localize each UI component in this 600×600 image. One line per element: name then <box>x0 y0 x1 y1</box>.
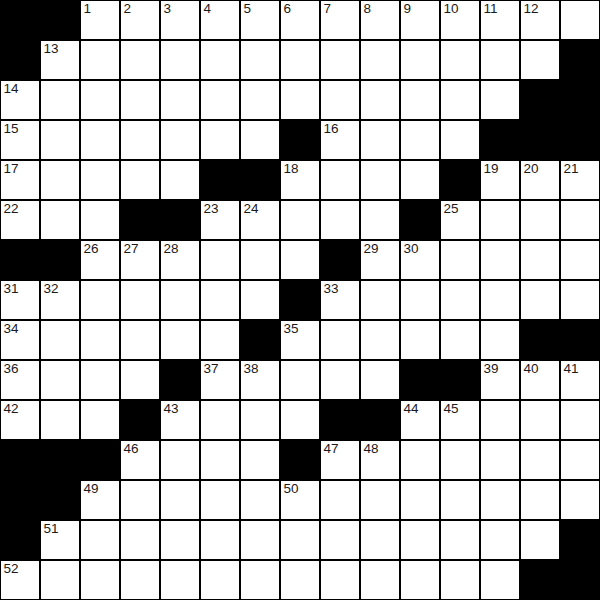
clue-number: 29 <box>364 242 379 256</box>
white-cell[interactable]: 43 <box>160 400 200 440</box>
black-cell <box>440 160 480 200</box>
black-cell <box>480 120 520 160</box>
white-cell[interactable] <box>480 200 520 240</box>
black-cell <box>0 240 40 280</box>
clue-number: 30 <box>404 242 419 256</box>
white-cell[interactable] <box>520 240 560 280</box>
white-cell[interactable]: 31 <box>0 280 40 320</box>
white-cell[interactable] <box>80 120 120 160</box>
white-cell[interactable] <box>480 240 520 280</box>
crossword-grid: 1234567891011121314151617181920212223242… <box>0 0 600 600</box>
white-cell[interactable]: 32 <box>40 280 80 320</box>
black-cell <box>0 40 40 80</box>
white-cell[interactable] <box>160 80 200 120</box>
clue-number: 40 <box>524 362 539 376</box>
white-cell[interactable] <box>80 520 120 560</box>
white-cell[interactable] <box>400 120 440 160</box>
clue-number: 15 <box>4 122 19 136</box>
white-cell[interactable] <box>200 480 240 520</box>
clue-number: 4 <box>204 2 212 16</box>
white-cell[interactable] <box>40 80 80 120</box>
white-cell[interactable]: 48 <box>360 440 400 480</box>
white-cell[interactable]: 23 <box>200 200 240 240</box>
white-cell[interactable] <box>280 40 320 80</box>
white-cell[interactable] <box>360 80 400 120</box>
white-cell[interactable]: 36 <box>0 360 40 400</box>
white-cell[interactable] <box>480 40 520 80</box>
clue-number: 21 <box>564 162 579 176</box>
white-cell[interactable] <box>400 520 440 560</box>
white-cell[interactable] <box>520 280 560 320</box>
white-cell[interactable] <box>240 120 280 160</box>
white-cell[interactable]: 27 <box>120 240 160 280</box>
black-cell <box>400 200 440 240</box>
clue-number: 31 <box>4 282 19 296</box>
white-cell[interactable] <box>200 280 240 320</box>
black-cell <box>0 440 40 480</box>
white-cell[interactable]: 18 <box>280 160 320 200</box>
white-cell[interactable]: 28 <box>160 240 200 280</box>
white-cell[interactable]: 47 <box>320 440 360 480</box>
white-cell[interactable] <box>520 400 560 440</box>
white-cell[interactable] <box>440 240 480 280</box>
clue-number: 23 <box>204 202 219 216</box>
white-cell[interactable]: 19 <box>480 160 520 200</box>
clue-number: 26 <box>84 242 99 256</box>
white-cell[interactable] <box>200 520 240 560</box>
white-cell[interactable] <box>360 520 400 560</box>
white-cell[interactable] <box>40 200 80 240</box>
black-cell <box>40 440 80 480</box>
white-cell[interactable]: 20 <box>520 160 560 200</box>
clue-number: 10 <box>444 2 459 16</box>
black-cell <box>520 560 560 600</box>
white-cell[interactable] <box>360 560 400 600</box>
black-cell <box>520 320 560 360</box>
white-cell[interactable]: 6 <box>280 0 320 40</box>
clue-number: 9 <box>404 2 412 16</box>
white-cell[interactable] <box>520 200 560 240</box>
white-cell[interactable]: 42 <box>0 400 40 440</box>
white-cell[interactable] <box>280 560 320 600</box>
black-cell <box>560 40 600 80</box>
black-cell <box>560 520 600 560</box>
clue-number: 27 <box>124 242 139 256</box>
white-cell[interactable] <box>520 480 560 520</box>
white-cell[interactable] <box>440 120 480 160</box>
clue-number: 52 <box>4 562 19 576</box>
clue-number: 3 <box>164 2 172 16</box>
clue-number: 14 <box>4 82 19 96</box>
white-cell[interactable] <box>240 240 280 280</box>
white-cell[interactable] <box>80 160 120 200</box>
white-cell[interactable] <box>520 40 560 80</box>
white-cell[interactable] <box>400 280 440 320</box>
black-cell <box>360 400 400 440</box>
white-cell[interactable]: 25 <box>440 200 480 240</box>
white-cell[interactable] <box>440 440 480 480</box>
white-cell[interactable] <box>320 40 360 80</box>
black-cell <box>560 320 600 360</box>
black-cell <box>40 0 80 40</box>
clue-number: 13 <box>44 42 59 56</box>
white-cell[interactable] <box>120 480 160 520</box>
clue-number: 51 <box>44 522 59 536</box>
white-cell[interactable] <box>120 80 160 120</box>
white-cell[interactable]: 26 <box>80 240 120 280</box>
black-cell <box>520 80 560 120</box>
white-cell[interactable] <box>560 240 600 280</box>
white-cell[interactable] <box>120 120 160 160</box>
white-cell[interactable] <box>320 320 360 360</box>
white-cell[interactable] <box>200 120 240 160</box>
white-cell[interactable] <box>360 160 400 200</box>
white-cell[interactable]: 34 <box>0 320 40 360</box>
clue-number: 47 <box>324 442 339 456</box>
white-cell[interactable] <box>120 320 160 360</box>
clue-number: 34 <box>4 322 19 336</box>
white-cell[interactable] <box>240 520 280 560</box>
white-cell[interactable] <box>160 520 200 560</box>
black-cell <box>440 360 480 400</box>
white-cell[interactable] <box>280 200 320 240</box>
clue-number: 49 <box>84 482 99 496</box>
white-cell[interactable]: 35 <box>280 320 320 360</box>
clue-number: 42 <box>4 402 19 416</box>
white-cell[interactable] <box>560 400 600 440</box>
white-cell[interactable]: 52 <box>0 560 40 600</box>
white-cell[interactable]: 30 <box>400 240 440 280</box>
clue-number: 48 <box>364 442 379 456</box>
black-cell <box>560 120 600 160</box>
white-cell[interactable]: 16 <box>320 120 360 160</box>
white-cell[interactable] <box>480 280 520 320</box>
white-cell[interactable]: 5 <box>240 0 280 40</box>
white-cell[interactable] <box>80 400 120 440</box>
clue-number: 5 <box>244 2 252 16</box>
white-cell[interactable] <box>40 120 80 160</box>
white-cell[interactable]: 1 <box>80 0 120 40</box>
white-cell[interactable] <box>40 400 80 440</box>
white-cell[interactable] <box>120 40 160 80</box>
white-cell[interactable]: 15 <box>0 120 40 160</box>
white-cell[interactable] <box>520 520 560 560</box>
black-cell <box>320 240 360 280</box>
clue-number: 12 <box>524 2 539 16</box>
white-cell[interactable] <box>80 80 120 120</box>
clue-number: 37 <box>204 362 219 376</box>
clue-number: 19 <box>484 162 499 176</box>
black-cell <box>40 480 80 520</box>
white-cell[interactable]: 38 <box>240 360 280 400</box>
clue-number: 41 <box>564 362 579 376</box>
white-cell[interactable] <box>400 320 440 360</box>
white-cell[interactable] <box>480 480 520 520</box>
clue-number: 18 <box>284 162 299 176</box>
white-cell[interactable] <box>200 80 240 120</box>
white-cell[interactable]: 21 <box>560 160 600 200</box>
white-cell[interactable] <box>240 440 280 480</box>
white-cell[interactable] <box>160 480 200 520</box>
white-cell[interactable]: 45 <box>440 400 480 440</box>
black-cell <box>0 480 40 520</box>
white-cell[interactable] <box>160 160 200 200</box>
white-cell[interactable] <box>40 360 80 400</box>
white-cell[interactable] <box>200 400 240 440</box>
white-cell[interactable] <box>120 280 160 320</box>
clue-number: 17 <box>4 162 19 176</box>
clue-number: 43 <box>164 402 179 416</box>
white-cell[interactable]: 13 <box>40 40 80 80</box>
black-cell <box>0 0 40 40</box>
white-cell[interactable] <box>40 560 80 600</box>
white-cell[interactable] <box>560 200 600 240</box>
clue-number: 45 <box>444 402 459 416</box>
clue-number: 44 <box>404 402 419 416</box>
white-cell[interactable]: 4 <box>200 0 240 40</box>
clue-number: 32 <box>44 282 59 296</box>
white-cell[interactable] <box>320 560 360 600</box>
white-cell[interactable]: 46 <box>120 440 160 480</box>
white-cell[interactable] <box>360 360 400 400</box>
white-cell[interactable] <box>320 80 360 120</box>
white-cell[interactable]: 2 <box>120 0 160 40</box>
white-cell[interactable] <box>240 80 280 120</box>
white-cell[interactable] <box>280 400 320 440</box>
white-cell[interactable] <box>320 520 360 560</box>
black-cell <box>560 560 600 600</box>
white-cell[interactable]: 12 <box>520 0 560 40</box>
white-cell[interactable] <box>240 280 280 320</box>
clue-number: 6 <box>284 2 292 16</box>
black-cell <box>80 440 120 480</box>
black-cell <box>160 200 200 240</box>
white-cell[interactable] <box>240 40 280 80</box>
white-cell[interactable]: 51 <box>40 520 80 560</box>
white-cell[interactable]: 14 <box>0 80 40 120</box>
white-cell[interactable] <box>520 440 560 480</box>
clue-number: 33 <box>324 282 339 296</box>
white-cell[interactable] <box>320 480 360 520</box>
white-cell[interactable] <box>200 320 240 360</box>
black-cell <box>280 120 320 160</box>
black-cell <box>520 120 560 160</box>
white-cell[interactable] <box>160 120 200 160</box>
clue-number: 2 <box>124 2 132 16</box>
white-cell[interactable] <box>320 200 360 240</box>
white-cell[interactable] <box>80 200 120 240</box>
white-cell[interactable] <box>80 320 120 360</box>
white-cell[interactable]: 22 <box>0 200 40 240</box>
black-cell <box>400 360 440 400</box>
clue-number: 35 <box>284 322 299 336</box>
white-cell[interactable]: 29 <box>360 240 400 280</box>
white-cell[interactable] <box>400 160 440 200</box>
white-cell[interactable]: 41 <box>560 360 600 400</box>
white-cell[interactable]: 40 <box>520 360 560 400</box>
white-cell[interactable] <box>360 40 400 80</box>
white-cell[interactable] <box>440 560 480 600</box>
white-cell[interactable] <box>120 560 160 600</box>
white-cell[interactable]: 8 <box>360 0 400 40</box>
white-cell[interactable] <box>40 160 80 200</box>
white-cell[interactable] <box>320 360 360 400</box>
crossword-board: 1234567891011121314151617181920212223242… <box>0 0 600 600</box>
clue-number: 7 <box>324 2 332 16</box>
white-cell[interactable]: 39 <box>480 360 520 400</box>
clue-number: 36 <box>4 362 19 376</box>
white-cell[interactable] <box>400 440 440 480</box>
white-cell[interactable] <box>560 280 600 320</box>
white-cell[interactable] <box>160 40 200 80</box>
white-cell[interactable] <box>440 40 480 80</box>
white-cell[interactable] <box>200 40 240 80</box>
black-cell <box>320 400 360 440</box>
clue-number: 8 <box>364 2 372 16</box>
white-cell[interactable]: 24 <box>240 200 280 240</box>
black-cell <box>240 160 280 200</box>
white-cell[interactable] <box>360 200 400 240</box>
white-cell[interactable]: 37 <box>200 360 240 400</box>
white-cell[interactable] <box>240 400 280 440</box>
white-cell[interactable] <box>40 320 80 360</box>
clue-number: 25 <box>444 202 459 216</box>
black-cell <box>200 160 240 200</box>
black-cell <box>120 200 160 240</box>
black-cell <box>280 440 320 480</box>
white-cell[interactable] <box>360 320 400 360</box>
white-cell[interactable] <box>360 480 400 520</box>
white-cell[interactable] <box>280 520 320 560</box>
white-cell[interactable]: 33 <box>320 280 360 320</box>
black-cell <box>560 80 600 120</box>
white-cell[interactable] <box>480 320 520 360</box>
white-cell[interactable] <box>280 360 320 400</box>
white-cell[interactable] <box>360 120 400 160</box>
white-cell[interactable] <box>200 440 240 480</box>
white-cell[interactable]: 7 <box>320 0 360 40</box>
white-cell[interactable] <box>200 560 240 600</box>
white-cell[interactable] <box>440 480 480 520</box>
clue-number: 1 <box>84 2 92 16</box>
white-cell[interactable] <box>360 280 400 320</box>
clue-number: 16 <box>324 122 339 136</box>
white-cell[interactable] <box>440 520 480 560</box>
white-cell[interactable] <box>240 560 280 600</box>
white-cell[interactable] <box>560 0 600 40</box>
white-cell[interactable] <box>120 520 160 560</box>
white-cell[interactable]: 3 <box>160 0 200 40</box>
white-cell[interactable]: 9 <box>400 0 440 40</box>
black-cell <box>40 240 80 280</box>
white-cell[interactable] <box>400 560 440 600</box>
white-cell[interactable] <box>480 80 520 120</box>
white-cell[interactable]: 44 <box>400 400 440 440</box>
white-cell[interactable] <box>80 280 120 320</box>
white-cell[interactable] <box>120 360 160 400</box>
white-cell[interactable] <box>560 440 600 480</box>
clue-number: 39 <box>484 362 499 376</box>
white-cell[interactable] <box>280 80 320 120</box>
black-cell <box>120 400 160 440</box>
white-cell[interactable]: 11 <box>480 0 520 40</box>
white-cell[interactable] <box>160 440 200 480</box>
black-cell <box>240 320 280 360</box>
white-cell[interactable] <box>480 440 520 480</box>
white-cell[interactable]: 50 <box>280 480 320 520</box>
white-cell[interactable] <box>280 240 320 280</box>
white-cell[interactable]: 49 <box>80 480 120 520</box>
white-cell[interactable] <box>400 40 440 80</box>
clue-number: 38 <box>244 362 259 376</box>
white-cell[interactable] <box>80 40 120 80</box>
clue-number: 20 <box>524 162 539 176</box>
white-cell[interactable] <box>160 560 200 600</box>
clue-number: 24 <box>244 202 259 216</box>
white-cell[interactable] <box>480 560 520 600</box>
white-cell[interactable] <box>160 320 200 360</box>
white-cell[interactable] <box>320 160 360 200</box>
white-cell[interactable] <box>480 520 520 560</box>
white-cell[interactable] <box>120 160 160 200</box>
white-cell[interactable]: 10 <box>440 0 480 40</box>
white-cell[interactable] <box>560 480 600 520</box>
white-cell[interactable] <box>400 80 440 120</box>
black-cell <box>280 280 320 320</box>
black-cell <box>160 360 200 400</box>
white-cell[interactable] <box>200 240 240 280</box>
clue-number: 22 <box>4 202 19 216</box>
white-cell[interactable] <box>240 480 280 520</box>
white-cell[interactable] <box>160 280 200 320</box>
white-cell[interactable] <box>80 360 120 400</box>
white-cell[interactable] <box>440 280 480 320</box>
white-cell[interactable] <box>400 480 440 520</box>
clue-number: 46 <box>124 442 139 456</box>
white-cell[interactable]: 17 <box>0 160 40 200</box>
white-cell[interactable] <box>80 560 120 600</box>
clue-number: 28 <box>164 242 179 256</box>
white-cell[interactable] <box>480 400 520 440</box>
clue-number: 50 <box>284 482 299 496</box>
white-cell[interactable] <box>440 80 480 120</box>
clue-number: 11 <box>484 2 498 16</box>
black-cell <box>0 520 40 560</box>
white-cell[interactable] <box>440 320 480 360</box>
